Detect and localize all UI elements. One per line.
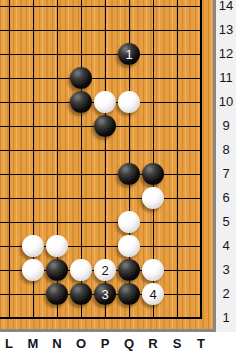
row-label-4: 4 (216, 238, 236, 254)
white-stone-R3[interactable] (142, 259, 164, 281)
black-stone-Q2[interactable] (118, 283, 140, 305)
black-stone-R7[interactable] (142, 163, 164, 185)
white-stone-M4[interactable] (22, 235, 44, 257)
row-label-14: 14 (216, 0, 236, 14)
col-label-R: R (144, 332, 162, 356)
white-stone-O3[interactable] (70, 259, 92, 281)
white-stone-M3[interactable] (22, 259, 44, 281)
column-coordinates: LMNOPQRST (0, 332, 216, 356)
row-label-2: 2 (216, 286, 236, 302)
col-label-N: N (48, 332, 66, 356)
row-label-10: 10 (216, 94, 236, 110)
col-label-M: M (24, 332, 42, 356)
col-label-O: O (72, 332, 90, 356)
black-stone-P9[interactable] (94, 115, 116, 137)
goban-surface[interactable] (0, 0, 216, 332)
col-label-S: S (168, 332, 186, 356)
go-diagram: 1324 1413121110987654321 LMNOPQRST (0, 0, 236, 356)
white-stone-R2[interactable]: 4 (142, 283, 164, 305)
row-label-6: 6 (216, 190, 236, 206)
white-stone-N4[interactable] (46, 235, 68, 257)
move-number-1: 1 (125, 48, 132, 61)
row-label-8: 8 (216, 142, 236, 158)
col-label-Q: Q (120, 332, 138, 356)
row-label-3: 3 (216, 262, 236, 278)
white-stone-P10[interactable] (94, 91, 116, 113)
move-number-3: 3 (101, 288, 108, 301)
row-label-9: 9 (216, 118, 236, 134)
black-stone-P2[interactable]: 3 (94, 283, 116, 305)
move-number-4: 4 (149, 288, 156, 301)
move-number-2: 2 (101, 264, 108, 277)
white-stone-Q5[interactable] (118, 211, 140, 233)
row-label-5: 5 (216, 214, 236, 230)
white-stone-R6[interactable] (142, 187, 164, 209)
white-stone-Q4[interactable] (118, 235, 140, 257)
col-label-L: L (0, 332, 18, 356)
row-label-1: 1 (216, 310, 236, 326)
row-label-7: 7 (216, 166, 236, 182)
black-stone-O11[interactable] (70, 67, 92, 89)
row-label-13: 13 (216, 22, 236, 38)
black-stone-O2[interactable] (70, 283, 92, 305)
black-stone-Q12[interactable]: 1 (118, 43, 140, 65)
white-stone-Q10[interactable] (118, 91, 140, 113)
black-stone-Q7[interactable] (118, 163, 140, 185)
row-label-11: 11 (216, 70, 236, 86)
black-stone-N3[interactable] (46, 259, 68, 281)
black-stone-Q3[interactable] (118, 259, 140, 281)
col-label-P: P (96, 332, 114, 356)
row-coordinates: 1413121110987654321 (216, 0, 236, 332)
black-stone-O10[interactable] (70, 91, 92, 113)
col-label-T: T (192, 332, 210, 356)
row-label-12: 12 (216, 46, 236, 62)
white-stone-P3[interactable]: 2 (94, 259, 116, 281)
black-stone-N2[interactable] (46, 283, 68, 305)
